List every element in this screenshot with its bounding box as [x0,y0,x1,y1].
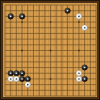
move-label-dot [21,78,23,80]
star-point [50,50,52,52]
black-stone [82,65,88,71]
go-board-frame [0,0,100,100]
black-stone [19,70,25,76]
white-stone [14,76,20,82]
star-point [78,21,80,23]
move-label-dot [16,78,18,80]
star-point [78,50,80,52]
black-stone [65,8,71,14]
star-point [50,21,52,23]
white-stone [8,76,14,82]
move-label-dot [10,72,12,74]
move-label-dot [27,78,29,80]
black-stone [25,76,31,82]
black-stone [14,70,20,76]
white-stone [76,70,82,76]
white-stone [76,76,82,82]
go-board[interactable] [0,0,100,100]
move-label-dot [10,78,12,80]
move-label-dot [78,16,80,18]
white-stone [25,82,31,88]
move-label-dot [16,72,18,74]
move-label-dot [84,27,86,29]
star-point [50,78,52,80]
move-label-dot [10,16,12,18]
move-label-dot [78,78,80,80]
move-label-dot [67,10,69,12]
star-point [21,21,23,23]
move-label-dot [21,72,23,74]
move-label-dot [78,72,80,74]
black-stone [8,14,14,20]
black-stone [19,76,25,82]
star-point [21,50,23,52]
move-label-dot [21,16,23,18]
move-label-dot [84,78,86,80]
white-stone [82,25,88,31]
black-stone [19,14,25,20]
black-stone [82,76,88,82]
white-stone [76,14,82,20]
move-label-dot [84,67,86,69]
black-stone [8,70,14,76]
move-label-dot [27,84,29,86]
